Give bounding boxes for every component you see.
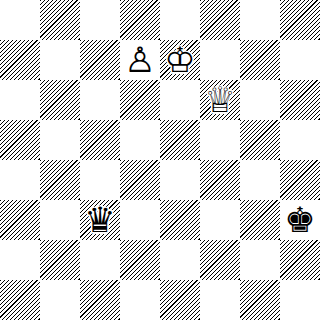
white-king-icon: ♔ [160, 40, 200, 80]
square-e5[interactable] [160, 120, 200, 160]
square-f6[interactable]: ♛♕ [200, 80, 240, 120]
square-g5[interactable] [240, 120, 280, 160]
square-d2[interactable] [120, 240, 160, 280]
square-g4[interactable] [240, 160, 280, 200]
square-h6[interactable] [280, 80, 320, 120]
square-f1[interactable] [200, 280, 240, 320]
square-h8[interactable] [280, 0, 320, 40]
square-f7[interactable] [200, 40, 240, 80]
square-f8[interactable] [200, 0, 240, 40]
square-h5[interactable] [280, 120, 320, 160]
white-king-piece: ♚♔ [160, 40, 200, 80]
square-f4[interactable] [200, 160, 240, 200]
square-b6[interactable] [40, 80, 80, 120]
square-e3[interactable] [160, 200, 200, 240]
square-b1[interactable] [40, 280, 80, 320]
square-d6[interactable] [120, 80, 160, 120]
square-h4[interactable] [280, 160, 320, 200]
square-d5[interactable] [120, 120, 160, 160]
square-a7[interactable] [0, 40, 40, 80]
square-c3[interactable]: ♛ [80, 200, 120, 240]
black-king-piece: ♚ [280, 200, 320, 240]
square-a4[interactable] [0, 160, 40, 200]
square-g1[interactable] [240, 280, 280, 320]
square-f2[interactable] [200, 240, 240, 280]
black-queen-piece: ♛ [80, 200, 120, 240]
square-b8[interactable] [40, 0, 80, 40]
square-d1[interactable] [120, 280, 160, 320]
white-queen-icon: ♕ [200, 80, 240, 120]
square-f3[interactable] [200, 200, 240, 240]
square-e4[interactable] [160, 160, 200, 200]
square-c4[interactable] [80, 160, 120, 200]
square-a5[interactable] [0, 120, 40, 160]
square-c1[interactable] [80, 280, 120, 320]
square-b2[interactable] [40, 240, 80, 280]
square-a1[interactable] [0, 280, 40, 320]
square-g2[interactable] [240, 240, 280, 280]
square-c6[interactable] [80, 80, 120, 120]
white-queen-piece: ♛♕ [200, 80, 240, 120]
square-e7[interactable]: ♚♔ [160, 40, 200, 80]
square-g7[interactable] [240, 40, 280, 80]
white-pawn-piece: ♟♙ [120, 40, 160, 80]
white-pawn-icon: ♙ [120, 40, 160, 80]
square-e2[interactable] [160, 240, 200, 280]
square-e1[interactable] [160, 280, 200, 320]
square-c5[interactable] [80, 120, 120, 160]
square-b5[interactable] [40, 120, 80, 160]
square-g6[interactable] [240, 80, 280, 120]
square-b3[interactable] [40, 200, 80, 240]
square-a3[interactable] [0, 200, 40, 240]
square-d8[interactable] [120, 0, 160, 40]
square-h1[interactable] [280, 280, 320, 320]
square-g3[interactable] [240, 200, 280, 240]
square-a6[interactable] [0, 80, 40, 120]
square-d3[interactable] [120, 200, 160, 240]
square-e6[interactable] [160, 80, 200, 120]
square-a8[interactable] [0, 0, 40, 40]
square-g8[interactable] [240, 0, 280, 40]
black-queen-icon: ♛ [80, 200, 120, 240]
square-h3[interactable]: ♚ [280, 200, 320, 240]
chess-board: ♟♙♚♔♛♕♛♚ [0, 0, 320, 320]
square-d4[interactable] [120, 160, 160, 200]
square-b7[interactable] [40, 40, 80, 80]
black-king-icon: ♚ [280, 200, 320, 240]
square-a2[interactable] [0, 240, 40, 280]
square-c8[interactable] [80, 0, 120, 40]
square-b4[interactable] [40, 160, 80, 200]
square-e8[interactable] [160, 0, 200, 40]
square-h2[interactable] [280, 240, 320, 280]
square-f5[interactable] [200, 120, 240, 160]
square-c7[interactable] [80, 40, 120, 80]
square-c2[interactable] [80, 240, 120, 280]
square-h7[interactable] [280, 40, 320, 80]
square-d7[interactable]: ♟♙ [120, 40, 160, 80]
